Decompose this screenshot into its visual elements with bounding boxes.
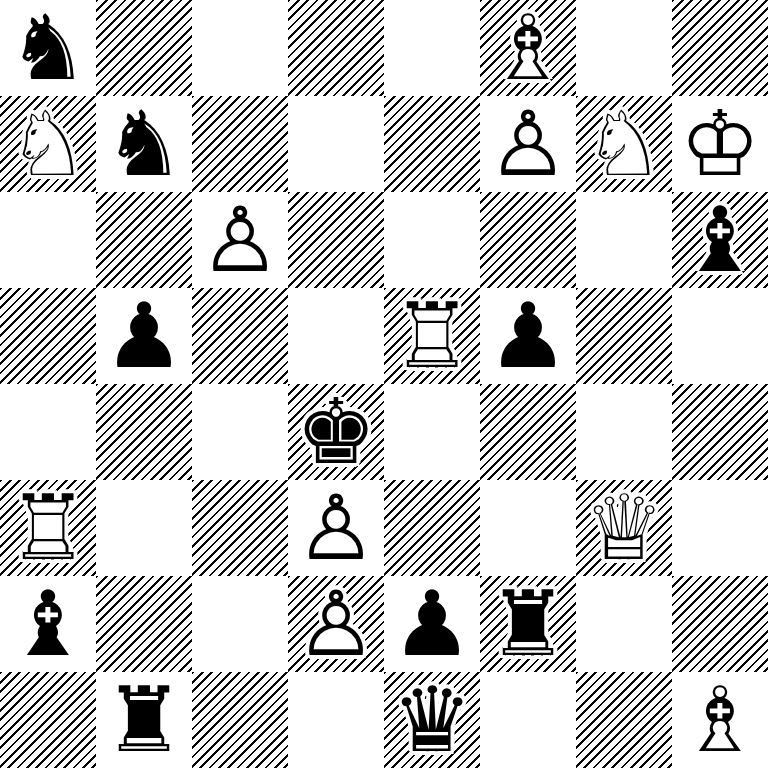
white-knight-halo: ♞ (0, 96, 96, 192)
square-d7[interactable] (288, 96, 384, 192)
white-bishop-piece: ♗ (672, 672, 768, 768)
square-b4[interactable] (96, 384, 192, 480)
square-g7[interactable]: ♞♘ (576, 96, 672, 192)
square-e8[interactable] (384, 0, 480, 96)
black-bishop-halo: ♝ (0, 576, 96, 672)
white-rook-piece: ♖ (0, 480, 96, 576)
white-queen-halo: ♛ (576, 480, 672, 576)
square-c5[interactable] (192, 288, 288, 384)
square-b8[interactable] (96, 0, 192, 96)
square-d6[interactable] (288, 192, 384, 288)
square-f7[interactable]: ♟♙ (480, 96, 576, 192)
square-a3[interactable]: ♜♖ (0, 480, 96, 576)
white-pawn-piece: ♙ (480, 96, 576, 192)
white-knight-piece: ♘ (576, 96, 672, 192)
black-king-halo: ♚ (288, 384, 384, 480)
chessboard-diagram: ♞♞♝♗♞♘♞♞♟♙♞♘♚♔♟♙♝♝♟♟♜♖♟♟♚♚♜♖♟♙♛♕♝♝♟♙♟♟♜♜… (0, 0, 768, 768)
black-queen-piece: ♛ (384, 672, 480, 768)
square-g8[interactable] (576, 0, 672, 96)
white-pawn-piece: ♙ (288, 480, 384, 576)
square-b2[interactable] (96, 576, 192, 672)
square-f4[interactable] (480, 384, 576, 480)
square-d8[interactable] (288, 0, 384, 96)
square-d3[interactable]: ♟♙ (288, 480, 384, 576)
square-c7[interactable] (192, 96, 288, 192)
square-b7[interactable]: ♞♞ (96, 96, 192, 192)
black-pawn-piece: ♟ (96, 288, 192, 384)
square-h5[interactable] (672, 288, 768, 384)
black-pawn-halo: ♟ (384, 576, 480, 672)
square-h7[interactable]: ♚♔ (672, 96, 768, 192)
black-pawn-halo: ♟ (480, 288, 576, 384)
square-e2[interactable]: ♟♟ (384, 576, 480, 672)
square-g5[interactable] (576, 288, 672, 384)
black-rook-piece: ♜ (96, 672, 192, 768)
square-e5[interactable]: ♜♖ (384, 288, 480, 384)
square-h4[interactable] (672, 384, 768, 480)
square-c8[interactable] (192, 0, 288, 96)
square-f3[interactable] (480, 480, 576, 576)
black-rook-halo: ♜ (480, 576, 576, 672)
black-pawn-piece: ♟ (384, 576, 480, 672)
square-g3[interactable]: ♛♕ (576, 480, 672, 576)
white-knight-piece: ♘ (0, 96, 96, 192)
square-a7[interactable]: ♞♘ (0, 96, 96, 192)
square-c6[interactable]: ♟♙ (192, 192, 288, 288)
white-rook-halo: ♜ (0, 480, 96, 576)
white-bishop-halo: ♝ (672, 672, 768, 768)
square-c3[interactable] (192, 480, 288, 576)
white-pawn-halo: ♟ (480, 96, 576, 192)
square-e3[interactable] (384, 480, 480, 576)
black-bishop-piece: ♝ (0, 576, 96, 672)
white-rook-piece: ♖ (384, 288, 480, 384)
black-knight-halo: ♞ (96, 96, 192, 192)
white-pawn-piece: ♙ (192, 192, 288, 288)
square-h8[interactable] (672, 0, 768, 96)
square-h6[interactable]: ♝♝ (672, 192, 768, 288)
square-g2[interactable] (576, 576, 672, 672)
square-a2[interactable]: ♝♝ (0, 576, 96, 672)
square-b5[interactable]: ♟♟ (96, 288, 192, 384)
square-a6[interactable] (0, 192, 96, 288)
white-knight-halo: ♞ (576, 96, 672, 192)
square-a5[interactable] (0, 288, 96, 384)
square-g4[interactable] (576, 384, 672, 480)
white-bishop-halo: ♝ (480, 0, 576, 96)
white-rook-halo: ♜ (384, 288, 480, 384)
square-d5[interactable] (288, 288, 384, 384)
black-queen-halo: ♛ (384, 672, 480, 768)
chess-board: ♞♞♝♗♞♘♞♞♟♙♞♘♚♔♟♙♝♝♟♟♜♖♟♟♚♚♜♖♟♙♛♕♝♝♟♙♟♟♜♜… (0, 0, 768, 768)
square-f2[interactable]: ♜♜ (480, 576, 576, 672)
square-g1[interactable] (576, 672, 672, 768)
white-pawn-halo: ♟ (192, 192, 288, 288)
black-rook-piece: ♜ (480, 576, 576, 672)
square-f1[interactable] (480, 672, 576, 768)
square-c2[interactable] (192, 576, 288, 672)
white-pawn-halo: ♟ (288, 576, 384, 672)
square-e1[interactable]: ♛♛ (384, 672, 480, 768)
black-king-piece: ♚ (288, 384, 384, 480)
white-king-piece: ♔ (672, 96, 768, 192)
square-b6[interactable] (96, 192, 192, 288)
black-knight-piece: ♞ (96, 96, 192, 192)
square-a1[interactable] (0, 672, 96, 768)
white-king-halo: ♚ (672, 96, 768, 192)
square-g6[interactable] (576, 192, 672, 288)
white-pawn-halo: ♟ (288, 480, 384, 576)
square-d2[interactable]: ♟♙ (288, 576, 384, 672)
square-e7[interactable] (384, 96, 480, 192)
square-c1[interactable] (192, 672, 288, 768)
square-h3[interactable] (672, 480, 768, 576)
square-b3[interactable] (96, 480, 192, 576)
square-d1[interactable] (288, 672, 384, 768)
square-f6[interactable] (480, 192, 576, 288)
square-c4[interactable] (192, 384, 288, 480)
square-h2[interactable] (672, 576, 768, 672)
black-bishop-piece: ♝ (672, 192, 768, 288)
black-pawn-halo: ♟ (96, 288, 192, 384)
square-e6[interactable] (384, 192, 480, 288)
square-a4[interactable] (0, 384, 96, 480)
white-bishop-piece: ♗ (480, 0, 576, 96)
square-f8[interactable]: ♝♗ (480, 0, 576, 96)
square-b1[interactable]: ♜♜ (96, 672, 192, 768)
white-queen-piece: ♕ (576, 480, 672, 576)
square-d4[interactable]: ♚♚ (288, 384, 384, 480)
square-a8[interactable]: ♞♞ (0, 0, 96, 96)
white-pawn-piece: ♙ (288, 576, 384, 672)
square-e4[interactable] (384, 384, 480, 480)
square-h1[interactable]: ♝♗ (672, 672, 768, 768)
black-bishop-halo: ♝ (672, 192, 768, 288)
square-f5[interactable]: ♟♟ (480, 288, 576, 384)
black-rook-halo: ♜ (96, 672, 192, 768)
black-knight-halo: ♞ (0, 0, 96, 96)
black-pawn-piece: ♟ (480, 288, 576, 384)
black-knight-piece: ♞ (0, 0, 96, 96)
